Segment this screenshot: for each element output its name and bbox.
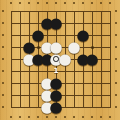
white-stone[interactable]: ● (60, 54, 71, 65)
coordinate-tick (19, 116, 21, 118)
coordinate-tick (2, 46, 4, 48)
coordinate-tick (2, 34, 4, 36)
coordinate-tick (2, 106, 4, 108)
coordinate-tick (91, 116, 93, 118)
star-point (91, 46, 94, 49)
coordinate-tick (91, 2, 93, 4)
coordinate-tick (100, 116, 102, 118)
coordinate-tick (46, 116, 48, 118)
coordinate-tick (115, 82, 117, 84)
coordinate-tick (109, 116, 111, 118)
coordinate-tick (19, 2, 21, 4)
coordinate-tick (2, 70, 4, 72)
coordinate-tick (64, 2, 66, 4)
coordinate-tick (109, 2, 111, 4)
coordinate-tick (115, 106, 117, 108)
coordinate-tick (28, 116, 30, 118)
coordinate-tick (115, 46, 117, 48)
coordinate-tick (37, 2, 39, 4)
coordinate-tick (115, 70, 117, 72)
coordinate-tick (2, 58, 4, 60)
coordinate-tick (37, 116, 39, 118)
coordinate-tick (64, 116, 66, 118)
coordinate-tick (2, 82, 4, 84)
coordinate-tick (10, 116, 12, 118)
black-stone[interactable]: ● (51, 102, 62, 113)
grid-line (11, 11, 111, 12)
coordinate-tick (115, 10, 117, 12)
coordinate-tick (55, 116, 57, 118)
coordinate-tick (28, 2, 30, 4)
coordinate-tick (2, 10, 4, 12)
coordinate-tick (55, 2, 57, 4)
grid-line (11, 35, 111, 36)
coordinate-tick (73, 2, 75, 4)
coordinate-tick (2, 94, 4, 96)
coordinate-tick (82, 116, 84, 118)
coordinate-tick (73, 116, 75, 118)
coordinate-tick (115, 58, 117, 60)
coordinate-tick (115, 34, 117, 36)
black-stone[interactable]: ● (87, 54, 98, 65)
coordinate-tick (10, 2, 12, 4)
coordinate-tick (115, 94, 117, 96)
coordinate-tick (2, 22, 4, 24)
coordinate-tick (46, 2, 48, 4)
coordinate-tick (115, 22, 117, 24)
black-stone[interactable]: ● (51, 18, 62, 29)
coordinate-tick (100, 2, 102, 4)
coordinate-tick (82, 2, 84, 4)
go-board[interactable]: ●●●●●●●●●●●●●●●1●●●●●● (0, 0, 120, 120)
